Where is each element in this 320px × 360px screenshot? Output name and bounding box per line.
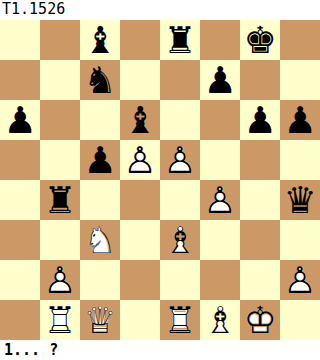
piece-outline: ♖ (40, 300, 80, 340)
square-f7[interactable]: ♟ (200, 60, 240, 100)
white-pawn-icon[interactable]: ♟♙ (160, 140, 200, 180)
square-e7[interactable] (160, 60, 200, 100)
piece-outline: ♘ (80, 220, 120, 260)
white-pawn-icon[interactable]: ♟♙ (280, 260, 320, 300)
square-e6[interactable] (160, 100, 200, 140)
square-a1[interactable] (0, 300, 40, 340)
square-f2[interactable] (200, 260, 240, 300)
square-c7[interactable]: ♞ (80, 60, 120, 100)
square-c3[interactable]: ♞♘ (80, 220, 120, 260)
square-d7[interactable] (120, 60, 160, 100)
square-c5[interactable]: ♟ (80, 140, 120, 180)
black-king-icon[interactable]: ♚ (240, 20, 280, 60)
black-rook-icon[interactable]: ♜ (160, 20, 200, 60)
square-g1[interactable]: ♚♔ (240, 300, 280, 340)
piece-solid: ♝ (120, 100, 160, 140)
square-b1[interactable]: ♜♖ (40, 300, 80, 340)
square-b4[interactable]: ♜ (40, 180, 80, 220)
square-g3[interactable] (240, 220, 280, 260)
square-f8[interactable] (200, 20, 240, 60)
white-knight-icon[interactable]: ♞♘ (80, 220, 120, 260)
black-knight-icon[interactable]: ♞ (80, 60, 120, 100)
square-b2[interactable]: ♟♙ (40, 260, 80, 300)
black-pawn-icon[interactable]: ♟ (280, 100, 320, 140)
white-rook-icon[interactable]: ♜♖ (40, 300, 80, 340)
square-h8[interactable] (280, 20, 320, 60)
square-f1[interactable]: ♝♗ (200, 300, 240, 340)
white-king-icon[interactable]: ♚♔ (240, 300, 280, 340)
piece-outline: ♔ (240, 300, 280, 340)
square-b6[interactable] (40, 100, 80, 140)
piece-solid: ♟ (80, 140, 120, 180)
square-d8[interactable] (120, 20, 160, 60)
piece-solid: ♞ (80, 60, 120, 100)
square-h1[interactable] (280, 300, 320, 340)
square-g5[interactable] (240, 140, 280, 180)
black-rook-icon[interactable]: ♜ (40, 180, 80, 220)
square-a7[interactable] (0, 60, 40, 100)
square-f3[interactable] (200, 220, 240, 260)
piece-solid: ♟ (0, 100, 40, 140)
square-g8[interactable]: ♚ (240, 20, 280, 60)
square-f4[interactable]: ♟♙ (200, 180, 240, 220)
black-pawn-icon[interactable]: ♟ (0, 100, 40, 140)
square-d1[interactable] (120, 300, 160, 340)
square-e5[interactable]: ♟♙ (160, 140, 200, 180)
piece-outline: ♙ (160, 140, 200, 180)
piece-solid: ♜ (160, 20, 200, 60)
piece-solid: ♝ (80, 20, 120, 60)
square-h4[interactable]: ♛ (280, 180, 320, 220)
piece-solid: ♜ (40, 180, 80, 220)
square-d2[interactable] (120, 260, 160, 300)
square-g2[interactable] (240, 260, 280, 300)
piece-solid: ♟ (240, 100, 280, 140)
black-bishop-icon[interactable]: ♝ (120, 100, 160, 140)
piece-solid: ♛ (280, 180, 320, 220)
black-pawn-icon[interactable]: ♟ (240, 100, 280, 140)
black-pawn-icon[interactable]: ♟ (200, 60, 240, 100)
piece-outline: ♙ (200, 180, 240, 220)
white-queen-icon[interactable]: ♛♕ (80, 300, 120, 340)
move-prompt-label: 1... ? (0, 340, 320, 360)
square-d4[interactable] (120, 180, 160, 220)
square-e4[interactable] (160, 180, 200, 220)
square-d5[interactable]: ♟♙ (120, 140, 160, 180)
square-a5[interactable] (0, 140, 40, 180)
square-h5[interactable] (280, 140, 320, 180)
square-g7[interactable] (240, 60, 280, 100)
square-e2[interactable] (160, 260, 200, 300)
white-pawn-icon[interactable]: ♟♙ (120, 140, 160, 180)
square-c6[interactable] (80, 100, 120, 140)
black-pawn-icon[interactable]: ♟ (80, 140, 120, 180)
square-c4[interactable] (80, 180, 120, 220)
piece-solid: ♚ (240, 20, 280, 60)
square-b3[interactable] (40, 220, 80, 260)
square-c2[interactable] (80, 260, 120, 300)
square-b5[interactable] (40, 140, 80, 180)
square-a4[interactable] (0, 180, 40, 220)
square-b7[interactable] (40, 60, 80, 100)
white-bishop-icon[interactable]: ♝♗ (200, 300, 240, 340)
square-e1[interactable]: ♜♖ (160, 300, 200, 340)
piece-outline: ♙ (280, 260, 320, 300)
square-h3[interactable] (280, 220, 320, 260)
piece-solid: ♟ (280, 100, 320, 140)
square-a2[interactable] (0, 260, 40, 300)
square-h2[interactable]: ♟♙ (280, 260, 320, 300)
square-c8[interactable]: ♝ (80, 20, 120, 60)
square-e8[interactable]: ♜ (160, 20, 200, 60)
piece-outline: ♕ (80, 300, 120, 340)
chess-board: ♝♜♚♞♟♟♝♟♟♟♟♙♟♙♜♟♙♛♞♘♝♗♟♙♟♙♜♖♛♕♜♖♝♗♚♔ (0, 20, 320, 340)
square-f5[interactable] (200, 140, 240, 180)
black-queen-icon[interactable]: ♛ (280, 180, 320, 220)
white-pawn-icon[interactable]: ♟♙ (200, 180, 240, 220)
square-a8[interactable] (0, 20, 40, 60)
white-pawn-icon[interactable]: ♟♙ (40, 260, 80, 300)
piece-outline: ♙ (120, 140, 160, 180)
square-e3[interactable]: ♝♗ (160, 220, 200, 260)
piece-solid: ♟ (200, 60, 240, 100)
piece-outline: ♗ (160, 220, 200, 260)
white-bishop-icon[interactable]: ♝♗ (160, 220, 200, 260)
square-c1[interactable]: ♛♕ (80, 300, 120, 340)
square-a6[interactable]: ♟ (0, 100, 40, 140)
piece-outline: ♙ (40, 260, 80, 300)
square-h6[interactable]: ♟ (280, 100, 320, 140)
square-f6[interactable] (200, 100, 240, 140)
square-d6[interactable]: ♝ (120, 100, 160, 140)
square-b8[interactable] (40, 20, 80, 60)
square-g4[interactable] (240, 180, 280, 220)
piece-outline: ♗ (200, 300, 240, 340)
square-h7[interactable] (280, 60, 320, 100)
piece-outline: ♖ (160, 300, 200, 340)
white-rook-icon[interactable]: ♜♖ (160, 300, 200, 340)
square-d3[interactable] (120, 220, 160, 260)
black-bishop-icon[interactable]: ♝ (80, 20, 120, 60)
square-g6[interactable]: ♟ (240, 100, 280, 140)
puzzle-id-label: T1.1526 (0, 0, 320, 20)
square-a3[interactable] (0, 220, 40, 260)
